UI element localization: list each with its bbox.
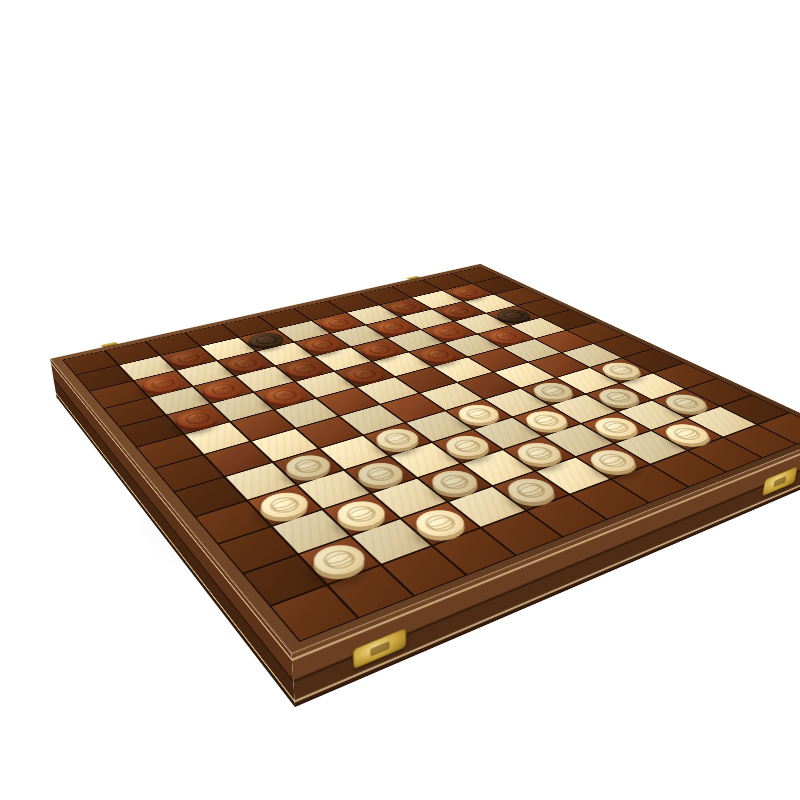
dark-man-glyph: ⛂ [422, 348, 453, 361]
light-man-glyph: ⛀ [667, 425, 706, 443]
square-r7c3 [321, 436, 388, 469]
square-r8c5[interactable]: ⛀ [434, 430, 502, 462]
frame-tile [244, 555, 325, 605]
square-r9c6[interactable]: ⛀ [505, 437, 575, 470]
light-man-glyph: ⛀ [460, 405, 496, 422]
piece-dark[interactable]: ⛂ [172, 406, 225, 431]
frame-tile [759, 413, 800, 443]
square-r9c1 [273, 510, 349, 553]
square-r7c5 [407, 411, 472, 441]
light-man-glyph: ⛀ [340, 502, 381, 525]
dark-man-glyph: ⛂ [289, 361, 320, 375]
piece-light[interactable]: ⛀ [451, 402, 506, 427]
piece-light[interactable]: ⛀ [407, 505, 473, 541]
frame-tile [137, 435, 202, 468]
square-r8c8 [551, 395, 616, 423]
hinge-icon [406, 276, 420, 280]
piece-light[interactable]: ⛀ [509, 439, 569, 468]
piece-light[interactable]: ⛀ [351, 459, 411, 490]
light-man-glyph: ⛀ [596, 418, 634, 435]
dark-man-glyph: ⛂ [378, 321, 407, 333]
light-man-glyph: ⛀ [379, 429, 415, 447]
dark-man-glyph: ⛂ [324, 317, 352, 328]
hinge-icon [101, 342, 118, 348]
square-r9c10[interactable]: ⛀ [653, 390, 718, 418]
light-man-glyph: ⛀ [527, 412, 564, 429]
light-man-glyph: ⛀ [667, 395, 704, 411]
square-r10c4 [449, 487, 524, 527]
square-r9c8[interactable]: ⛀ [582, 412, 649, 442]
square-r7c1 [226, 463, 295, 500]
light-man-glyph: ⛀ [264, 493, 304, 516]
square-r6c4 [340, 405, 403, 435]
square-r7c2[interactable]: ⛀ [274, 449, 342, 484]
square-r6c5[interactable] [381, 394, 444, 422]
light-man-glyph: ⛀ [600, 389, 636, 405]
light-man-glyph: ⛀ [604, 363, 638, 377]
piece-light[interactable]: ⛀ [582, 446, 643, 475]
square-r9c3 [373, 479, 446, 518]
square-r4c2 [212, 393, 272, 421]
light-man-glyph: ⛀ [289, 456, 326, 476]
square-r10c2 [352, 519, 430, 563]
dark-man-glyph: ⛂ [207, 382, 239, 397]
piece-light[interactable]: ⛀ [438, 432, 496, 460]
square-r9c5 [463, 450, 534, 485]
dark-man-glyph: ⛂ [307, 338, 337, 351]
frame-tile [219, 527, 296, 573]
piece-light[interactable]: ⛀ [587, 414, 645, 440]
light-man-glyph: ⛀ [448, 436, 486, 455]
square-r10c3[interactable]: ⛀ [402, 503, 479, 545]
piece-light[interactable]: ⛀ [369, 425, 426, 452]
dark-man-glyph: ⛂ [252, 333, 281, 345]
square-r5c3 [275, 399, 337, 428]
square-r6c2 [252, 429, 317, 461]
square-r10c6 [537, 458, 610, 494]
dark-man-glyph: ⛂ [490, 330, 521, 342]
frame-tile [528, 495, 605, 536]
frame-tile [722, 395, 789, 423]
square-r10c9[interactable]: ⛀ [653, 419, 722, 450]
square-r10c1[interactable]: ⛀ [300, 537, 380, 584]
square-r8c6 [475, 418, 542, 449]
dark-man-glyph: ⛂ [181, 410, 214, 427]
frame-tile [434, 529, 514, 575]
frame-tile [196, 501, 270, 543]
square-r9c4[interactable]: ⛀ [419, 464, 491, 501]
piece-light[interactable]: ⛀ [424, 467, 486, 499]
piece-light[interactable]: ⛀ [254, 488, 316, 522]
light-man-glyph: ⛀ [418, 511, 460, 535]
square-r8c2 [298, 471, 369, 509]
light-man-glyph: ⛀ [361, 463, 400, 484]
square-r7c6[interactable]: ⛀ [447, 400, 511, 429]
frame-tile [105, 398, 165, 427]
light-man-glyph: ⛀ [535, 383, 570, 398]
square-r10c7[interactable]: ⛀ [577, 444, 648, 478]
light-man-glyph: ⛀ [592, 451, 632, 471]
light-man-glyph: ⛀ [519, 443, 558, 462]
dark-man-glyph: ⛂ [268, 387, 301, 402]
square-r8c3[interactable]: ⛀ [346, 457, 416, 493]
frame-tile [155, 455, 222, 491]
frame-tile [482, 512, 561, 555]
piece-light[interactable]: ⛀ [518, 408, 574, 433]
square-r9c9 [619, 401, 685, 430]
piece-light[interactable]: ⛀ [279, 451, 338, 481]
dark-man-glyph: ⛂ [454, 287, 481, 297]
square-r5c2[interactable] [231, 410, 294, 440]
dark-man-glyph: ⛂ [391, 301, 419, 312]
piece-light[interactable]: ⛀ [658, 391, 714, 415]
dark-man-glyph: ⛂ [348, 367, 380, 381]
square-r4c1[interactable]: ⛂ [167, 404, 228, 433]
frame-tile [725, 425, 796, 457]
piece-light[interactable]: ⛀ [329, 497, 393, 532]
square-r5c1 [185, 422, 249, 454]
square-r6c1[interactable] [205, 442, 271, 476]
square-r8c4 [391, 443, 460, 477]
light-man-glyph: ⛀ [510, 479, 551, 501]
square-r10c5[interactable]: ⛀ [494, 472, 568, 510]
square-r10c10 [688, 407, 756, 437]
frame-tile [652, 451, 725, 486]
dark-man-glyph: ⛂ [364, 343, 394, 356]
dark-man-glyph: ⛂ [230, 356, 260, 370]
dark-man-glyph: ⛂ [498, 310, 527, 321]
square-r8c1[interactable]: ⛀ [249, 486, 321, 526]
piece-light[interactable]: ⛀ [305, 540, 373, 580]
frame-tile [689, 438, 761, 471]
latch-icon [762, 466, 798, 497]
square-r7c4[interactable]: ⛀ [365, 423, 431, 455]
product-photo-scene: ⛂⛂⛂⛂⛂⛂⛂⛂⛂⛂⛂⛂⛂⛂⛂⛂⛂⛂⛂⛂⛀⛀⛀⛀⛀⛀⛀⛀⛀⛀⛀⛀⛀⛀⛀⛀⛀⛀⛀⛀ [0, 0, 800, 800]
square-r10c8 [616, 431, 686, 464]
frame-tile [120, 416, 182, 447]
dark-man-glyph: ⛂ [444, 305, 473, 316]
frame-tile [175, 478, 245, 517]
dark-man-glyph: ⛂ [434, 326, 464, 338]
light-man-glyph: ⛀ [317, 546, 361, 573]
piece-light[interactable]: ⛀ [658, 421, 717, 448]
square-r6c3[interactable] [297, 417, 361, 448]
square-r9c2[interactable]: ⛀ [324, 494, 398, 535]
frame-tile [571, 480, 647, 519]
light-man-glyph: ⛀ [434, 471, 474, 492]
dark-man-glyph: ⛂ [147, 376, 178, 391]
latch-icon [352, 628, 406, 671]
square-r9c7 [544, 424, 612, 456]
square-r8c7[interactable]: ⛀ [514, 406, 580, 436]
piece-light[interactable]: ⛀ [499, 474, 563, 507]
dark-man-glyph: ⛂ [173, 351, 202, 364]
frame-tile [613, 465, 688, 502]
